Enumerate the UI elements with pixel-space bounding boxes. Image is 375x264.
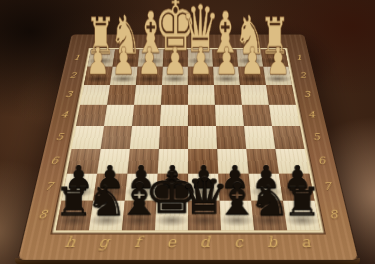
rank-label-1-left: 1	[65, 49, 86, 66]
file-label-f: f	[119, 233, 154, 250]
piece-white-pawn-d2[interactable]: ♟	[188, 42, 212, 80]
square-a2[interactable]: ♟	[263, 67, 292, 85]
piece-white-pawn-f2[interactable]: ♟	[137, 42, 161, 80]
file-label-b: b	[254, 233, 290, 250]
square-c4[interactable]	[214, 105, 243, 126]
piece-white-pawn-h2[interactable]: ♟	[86, 42, 110, 80]
square-g5[interactable]	[100, 126, 131, 149]
square-b3[interactable]	[240, 85, 269, 105]
square-g2[interactable]: ♟	[109, 67, 137, 85]
piece-white-pawn-a2[interactable]: ♟	[266, 42, 290, 80]
rank-label-1-right: 1	[288, 49, 309, 66]
square-e3[interactable]	[161, 85, 188, 105]
rank-label-3-left: 3	[57, 85, 80, 105]
rank-label-3-right: 3	[295, 85, 318, 105]
rank-label-5-right: 5	[304, 126, 329, 149]
square-h4[interactable]	[76, 105, 107, 126]
file-label-e: e	[153, 233, 187, 250]
square-d4[interactable]	[188, 105, 216, 126]
square-f2[interactable]: ♟	[135, 67, 162, 85]
square-c3[interactable]	[214, 85, 242, 105]
piece-white-pawn-c2[interactable]: ♟	[214, 42, 238, 80]
file-label-d: d	[188, 233, 222, 250]
square-h5[interactable]	[71, 126, 103, 149]
square-e2[interactable]: ♟	[161, 67, 187, 85]
piece-white-pawn-b2[interactable]: ♟	[240, 42, 264, 80]
square-d5[interactable]	[188, 126, 217, 149]
square-a8[interactable]: ♜	[282, 201, 319, 230]
square-e4[interactable]	[160, 105, 188, 126]
rank-label-4-left: 4	[52, 105, 76, 126]
file-label-h: h	[51, 233, 88, 250]
square-d3[interactable]	[188, 85, 215, 105]
square-b5[interactable]	[244, 126, 275, 149]
piece-black-rook-a8[interactable]: ♜	[282, 182, 321, 221]
square-a5[interactable]	[272, 126, 304, 149]
square-h2[interactable]: ♟	[83, 67, 112, 85]
rank-label-6-right: 6	[308, 149, 335, 174]
square-e5[interactable]	[158, 126, 187, 149]
square-a3[interactable]	[266, 85, 296, 105]
file-label-g: g	[85, 233, 121, 250]
square-a4[interactable]	[268, 105, 299, 126]
square-c2[interactable]: ♟	[213, 67, 240, 85]
scene: ♜♞♝♚♛♝♞♜♟♟♟♟♟♟♟♟♟♟♟♟♟♟♟♟♜♞♝♚♛♝♞♜ hgfedcb…	[0, 0, 375, 264]
rank-label-5-left: 5	[46, 126, 71, 149]
square-c5[interactable]	[216, 126, 246, 149]
rank-label-2-right: 2	[292, 67, 314, 85]
square-h3[interactable]	[80, 85, 110, 105]
square-f5[interactable]	[129, 126, 159, 149]
chess-board: ♜♞♝♚♛♝♞♜♟♟♟♟♟♟♟♟♟♟♟♟♟♟♟♟♜♞♝♚♛♝♞♜ hgfedcb…	[17, 35, 357, 260]
rank-label-6-left: 6	[40, 149, 67, 174]
square-g3[interactable]	[107, 85, 136, 105]
file-label-c: c	[221, 233, 256, 250]
square-g4[interactable]	[104, 105, 134, 126]
square-b2[interactable]: ♟	[238, 67, 266, 85]
square-f3[interactable]	[134, 85, 162, 105]
rank-label-2-left: 2	[61, 67, 83, 85]
file-label-a: a	[287, 233, 324, 250]
board-grid: ♜♞♝♚♛♝♞♜♟♟♟♟♟♟♟♟♟♟♟♟♟♟♟♟♜♞♝♚♛♝♞♜	[55, 49, 319, 230]
rank-label-8-right: 8	[319, 201, 349, 230]
rank-label-4-right: 4	[299, 105, 323, 126]
rank-label-8-left: 8	[27, 201, 57, 230]
square-d2[interactable]: ♟	[188, 67, 214, 85]
square-f4[interactable]	[132, 105, 161, 126]
piece-white-pawn-e2[interactable]: ♟	[163, 42, 187, 80]
square-b8[interactable]: ♞	[251, 201, 287, 230]
piece-white-pawn-g2[interactable]: ♟	[111, 42, 135, 80]
square-b4[interactable]	[241, 105, 271, 126]
